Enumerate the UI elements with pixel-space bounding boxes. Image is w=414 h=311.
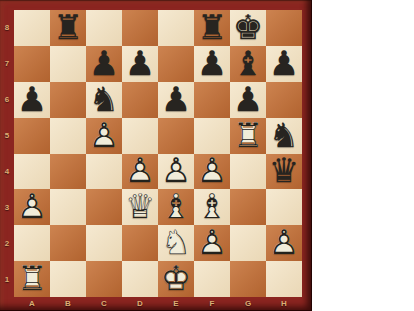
- square-d3[interactable]: ♛♕: [122, 189, 158, 225]
- square-f7[interactable]: ♟: [194, 46, 230, 82]
- white-pawn-icon[interactable]: ♟♙: [194, 154, 230, 190]
- white-queen-icon[interactable]: ♛♕: [122, 189, 158, 225]
- square-b4[interactable]: [50, 154, 86, 190]
- black-pawn-icon[interactable]: ♟: [14, 82, 50, 118]
- square-g7[interactable]: ♝: [230, 46, 266, 82]
- white-pawn-icon[interactable]: ♟♙: [14, 189, 50, 225]
- white-rook-icon[interactable]: ♜♖: [14, 261, 50, 297]
- white-rook-icon[interactable]: ♜♖: [230, 118, 266, 154]
- square-d2[interactable]: [122, 225, 158, 261]
- white-pawn-icon[interactable]: ♟♙: [266, 225, 302, 261]
- square-c6[interactable]: ♞: [86, 82, 122, 118]
- white-knight-icon[interactable]: ♞♘: [158, 225, 194, 261]
- square-a8[interactable]: [14, 10, 50, 46]
- white-bishop-icon[interactable]: ♝♗: [194, 189, 230, 225]
- square-f3[interactable]: ♝♗: [194, 189, 230, 225]
- black-pawn-icon[interactable]: ♟: [122, 46, 158, 82]
- board-grid: ♜♜♚♟♟♟♝♟♟♞♟♟♟♙♜♖♞♟♙♟♙♟♙♛♟♙♛♕♝♗♝♗♞♘♟♙♟♙♜♖…: [14, 10, 302, 297]
- square-a4[interactable]: [14, 154, 50, 190]
- rank-labels: 87654321: [0, 10, 14, 297]
- rank-label-4: 4: [0, 154, 14, 190]
- white-bishop-icon[interactable]: ♝♗: [158, 189, 194, 225]
- file-label-A: A: [14, 297, 50, 310]
- square-b2[interactable]: [50, 225, 86, 261]
- square-d7[interactable]: ♟: [122, 46, 158, 82]
- file-label-D: D: [122, 297, 158, 310]
- square-g4[interactable]: [230, 154, 266, 190]
- rank-label-7: 7: [0, 46, 14, 82]
- square-h6[interactable]: [266, 82, 302, 118]
- square-a6[interactable]: ♟: [14, 82, 50, 118]
- square-e5[interactable]: [158, 118, 194, 154]
- square-e7[interactable]: [158, 46, 194, 82]
- square-g6[interactable]: ♟: [230, 82, 266, 118]
- square-h5[interactable]: ♞: [266, 118, 302, 154]
- rank-label-8: 8: [0, 10, 14, 46]
- square-g5[interactable]: ♜♖: [230, 118, 266, 154]
- black-knight-icon[interactable]: ♞: [266, 118, 302, 154]
- square-e3[interactable]: ♝♗: [158, 189, 194, 225]
- square-g8[interactable]: ♚: [230, 10, 266, 46]
- square-b7[interactable]: [50, 46, 86, 82]
- square-b5[interactable]: [50, 118, 86, 154]
- white-pawn-icon[interactable]: ♟♙: [194, 225, 230, 261]
- rank-label-5: 5: [0, 118, 14, 154]
- square-f4[interactable]: ♟♙: [194, 154, 230, 190]
- square-h4[interactable]: ♛: [266, 154, 302, 190]
- square-d5[interactable]: [122, 118, 158, 154]
- square-f1[interactable]: [194, 261, 230, 297]
- black-pawn-icon[interactable]: ♟: [194, 46, 230, 82]
- black-rook-icon[interactable]: ♜: [194, 10, 230, 46]
- white-pawn-icon[interactable]: ♟♙: [158, 154, 194, 190]
- square-g1[interactable]: [230, 261, 266, 297]
- square-a5[interactable]: [14, 118, 50, 154]
- square-e4[interactable]: ♟♙: [158, 154, 194, 190]
- file-label-H: H: [266, 297, 302, 310]
- square-f2[interactable]: ♟♙: [194, 225, 230, 261]
- square-h3[interactable]: [266, 189, 302, 225]
- chess-board: 87654321 ABCDEFGH ♜♜♚♟♟♟♝♟♟♞♟♟♟♙♜♖♞♟♙♟♙♟…: [0, 0, 312, 311]
- square-b6[interactable]: [50, 82, 86, 118]
- file-label-F: F: [194, 297, 230, 310]
- white-pawn-icon[interactable]: ♟♙: [122, 154, 158, 190]
- square-d4[interactable]: ♟♙: [122, 154, 158, 190]
- square-a2[interactable]: [14, 225, 50, 261]
- black-pawn-icon[interactable]: ♟: [266, 46, 302, 82]
- white-king-icon[interactable]: ♚♔: [158, 261, 194, 297]
- black-knight-icon[interactable]: ♞: [86, 82, 122, 118]
- square-c5[interactable]: ♟♙: [86, 118, 122, 154]
- rank-label-3: 3: [0, 189, 14, 225]
- square-h8[interactable]: [266, 10, 302, 46]
- square-c4[interactable]: [86, 154, 122, 190]
- rank-label-2: 2: [0, 225, 14, 261]
- black-king-icon[interactable]: ♚: [230, 10, 266, 46]
- square-g2[interactable]: [230, 225, 266, 261]
- file-labels: ABCDEFGH: [14, 297, 302, 310]
- page: 87654321 ABCDEFGH ♜♜♚♟♟♟♝♟♟♞♟♟♟♙♜♖♞♟♙♟♙♟…: [0, 0, 414, 311]
- square-b8[interactable]: ♜: [50, 10, 86, 46]
- square-e1[interactable]: ♚♔: [158, 261, 194, 297]
- square-e2[interactable]: ♞♘: [158, 225, 194, 261]
- black-pawn-icon[interactable]: ♟: [158, 82, 194, 118]
- white-pawn-icon[interactable]: ♟♙: [86, 118, 122, 154]
- square-f6[interactable]: [194, 82, 230, 118]
- rank-label-6: 6: [0, 82, 14, 118]
- file-label-E: E: [158, 297, 194, 310]
- square-h1[interactable]: [266, 261, 302, 297]
- square-h7[interactable]: ♟: [266, 46, 302, 82]
- square-a7[interactable]: [14, 46, 50, 82]
- square-a3[interactable]: ♟♙: [14, 189, 50, 225]
- file-label-B: B: [50, 297, 86, 310]
- square-b1[interactable]: [50, 261, 86, 297]
- square-c3[interactable]: [86, 189, 122, 225]
- square-d1[interactable]: [122, 261, 158, 297]
- square-a1[interactable]: ♜♖: [14, 261, 50, 297]
- black-bishop-icon[interactable]: ♝: [230, 46, 266, 82]
- black-rook-icon[interactable]: ♜: [50, 10, 86, 46]
- square-f8[interactable]: ♜: [194, 10, 230, 46]
- square-c1[interactable]: [86, 261, 122, 297]
- black-pawn-icon[interactable]: ♟: [86, 46, 122, 82]
- black-queen-icon[interactable]: ♛: [266, 154, 302, 190]
- square-f5[interactable]: [194, 118, 230, 154]
- file-label-C: C: [86, 297, 122, 310]
- square-c7[interactable]: ♟: [86, 46, 122, 82]
- rank-label-1: 1: [0, 261, 14, 297]
- square-e8[interactable]: [158, 10, 194, 46]
- square-b3[interactable]: [50, 189, 86, 225]
- square-c2[interactable]: [86, 225, 122, 261]
- square-d8[interactable]: [122, 10, 158, 46]
- square-c8[interactable]: [86, 10, 122, 46]
- square-d6[interactable]: [122, 82, 158, 118]
- file-label-G: G: [230, 297, 266, 310]
- square-h2[interactable]: ♟♙: [266, 225, 302, 261]
- square-g3[interactable]: [230, 189, 266, 225]
- square-e6[interactable]: ♟: [158, 82, 194, 118]
- black-pawn-icon[interactable]: ♟: [230, 82, 266, 118]
